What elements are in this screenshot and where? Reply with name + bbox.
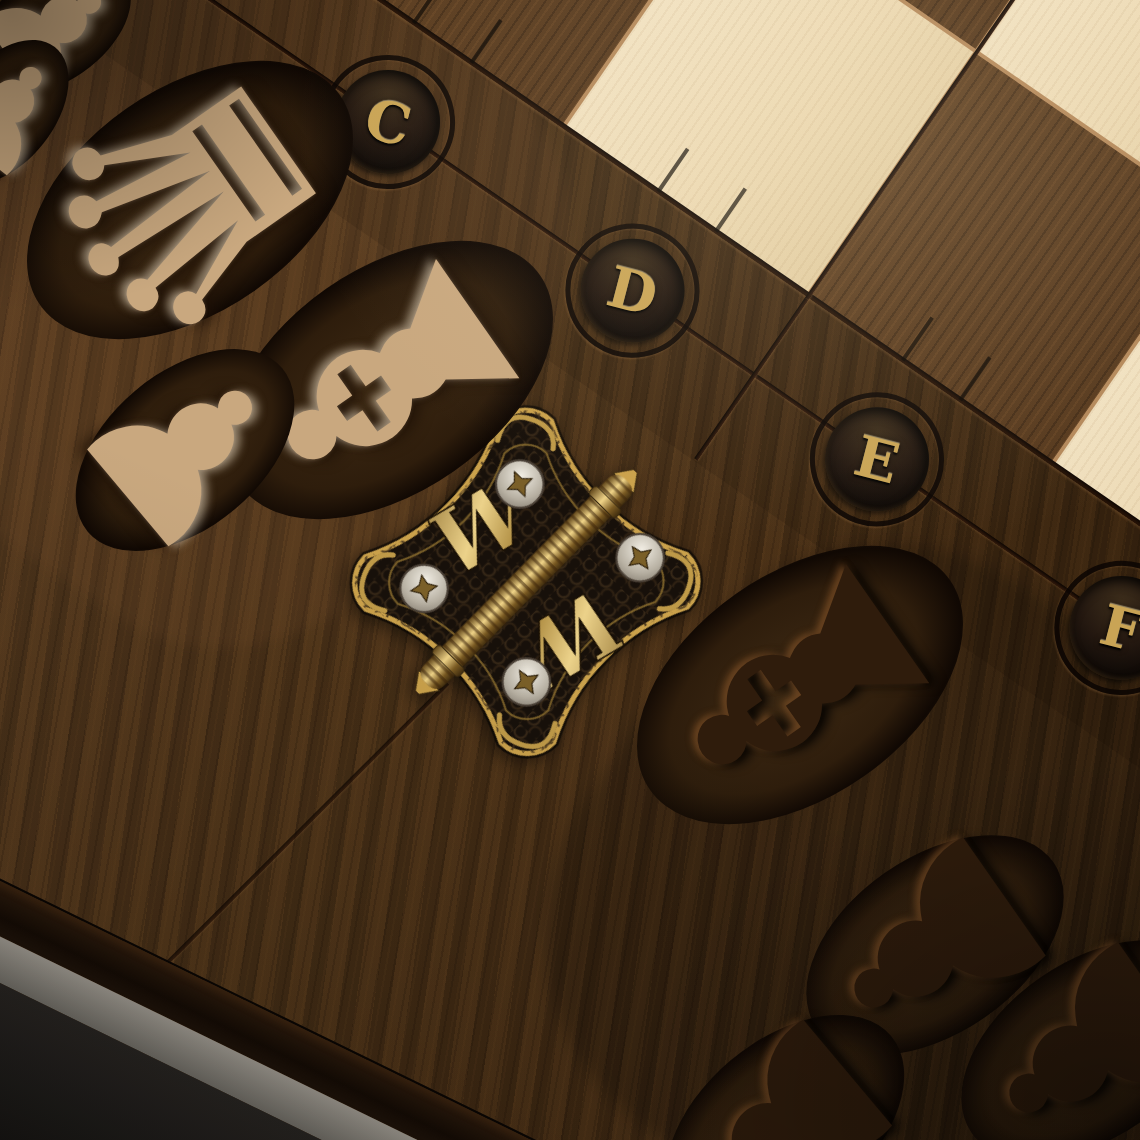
fold-seam-tray — [163, 682, 449, 967]
chess-box-photo: CDEF — [0, 0, 1140, 1140]
